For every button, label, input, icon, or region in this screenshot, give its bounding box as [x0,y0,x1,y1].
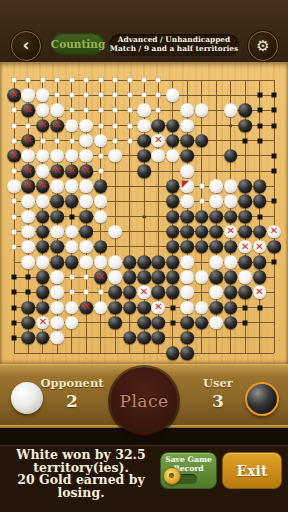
territory-marker-white[interactable] [69,108,74,113]
black-stone[interactable] [238,225,252,239]
dead-black-stone[interactable]: ✕ [22,164,36,178]
result-line3: 20 Gold earned by losing. [0,474,162,499]
territory-marker-white[interactable] [127,78,132,83]
dead-stone-x-icon: ✕ [154,135,162,145]
white-stone[interactable] [195,104,209,118]
black-stone[interactable] [209,225,223,239]
dead-black-stone[interactable]: ✕ [51,119,65,133]
black-stone[interactable] [94,240,108,254]
save-game-record-button[interactable]: Save Game Record [160,452,217,489]
black-stone[interactable] [238,179,252,193]
white-stone[interactable] [22,240,36,254]
territory-marker-white[interactable] [127,93,132,98]
last-move-triangle-icon [182,180,190,188]
dead-white-stone[interactable]: ✕ [267,225,281,239]
territory-marker-white[interactable] [26,78,31,83]
territory-marker-black[interactable] [257,108,262,113]
white-stone[interactable] [209,316,223,330]
white-stone[interactable] [209,195,223,209]
dead-black-stone[interactable]: ✕ [36,179,50,193]
territory-marker-black[interactable] [12,290,17,295]
black-stone[interactable] [51,210,65,224]
black-stone[interactable] [36,240,50,254]
dead-black-stone[interactable]: ✕ [65,164,79,178]
black-stone[interactable] [137,331,151,345]
black-stone[interactable] [51,195,65,209]
black-stone[interactable] [137,316,151,330]
dead-stone-x-icon: ✕ [10,151,18,161]
white-stone[interactable] [22,225,36,239]
territory-marker-white[interactable] [127,108,132,113]
territory-marker-white[interactable] [26,123,31,128]
territory-marker-white[interactable] [98,153,103,158]
dead-black-stone[interactable]: ✕ [79,164,93,178]
black-stone[interactable] [166,286,180,300]
white-stone[interactable] [36,104,50,118]
black-stone[interactable] [36,286,50,300]
black-stone[interactable] [108,286,122,300]
white-stone[interactable] [94,255,108,269]
black-stone[interactable] [166,210,180,224]
settings-button[interactable]: ⚙ [248,31,278,61]
white-stone[interactable] [181,255,195,269]
territory-marker-black[interactable] [12,320,17,325]
black-stone[interactable] [137,134,151,148]
white-stone[interactable] [22,255,36,269]
black-stone[interactable] [253,270,267,284]
dead-stone-x-icon: ✕ [24,105,32,115]
white-stone[interactable] [94,134,108,148]
white-stone[interactable] [238,270,252,284]
territory-marker-white[interactable] [98,169,103,174]
territory-marker-black[interactable] [272,123,277,128]
territory-marker-black[interactable] [272,169,277,174]
white-stone[interactable] [137,104,151,118]
black-stone[interactable] [79,225,93,239]
territory-marker-black[interactable] [272,260,277,265]
territory-marker-black[interactable] [170,305,175,310]
black-stone[interactable] [36,331,50,345]
black-stone[interactable] [22,331,36,345]
white-stone[interactable] [79,179,93,193]
black-stone[interactable] [137,270,151,284]
black-stone[interactable] [166,134,180,148]
territory-marker-black[interactable] [272,93,277,98]
place-button[interactable]: Place [110,367,178,435]
black-stone[interactable] [166,270,180,284]
black-stone[interactable] [166,225,180,239]
dead-stone-x-icon: ✕ [39,120,47,130]
territory-marker-black[interactable] [170,320,175,325]
exit-button-label: Exit [237,463,268,479]
black-stone[interactable] [65,195,79,209]
territory-marker-black[interactable] [257,138,262,143]
white-stone[interactable] [65,179,79,193]
black-stone[interactable] [181,331,195,345]
white-stone[interactable] [181,195,195,209]
dead-black-stone[interactable]: ✕ [51,164,65,178]
territory-marker-white[interactable] [98,108,103,113]
dead-black-stone[interactable]: ✕ [7,149,21,163]
black-stone[interactable] [166,179,180,193]
territory-marker-black[interactable] [272,153,277,158]
black-stone[interactable] [123,255,137,269]
territory-marker-white[interactable] [113,108,118,113]
white-stone[interactable] [51,225,65,239]
white-stone[interactable] [224,255,238,269]
white-stone[interactable] [108,149,122,163]
dead-stone-x-icon: ✕ [255,287,263,297]
black-stone[interactable] [253,195,267,209]
territory-marker-black[interactable] [26,275,31,280]
territory-marker-black[interactable] [257,93,262,98]
territory-marker-white[interactable] [12,123,17,128]
black-stone[interactable] [108,301,122,315]
territory-marker-white[interactable] [142,93,147,98]
territory-marker-white[interactable] [12,244,17,249]
territory-marker-white[interactable] [40,138,45,143]
black-stone[interactable] [224,316,238,330]
dead-stone-x-icon: ✕ [24,166,32,176]
white-stone[interactable] [51,316,65,330]
black-stone[interactable] [166,119,180,133]
white-stone[interactable] [65,225,79,239]
territory-marker-black[interactable] [243,305,248,310]
black-stone[interactable] [79,210,93,224]
territory-marker-black[interactable] [243,320,248,325]
territory-marker-black[interactable] [12,275,17,280]
white-stone[interactable] [79,195,93,209]
white-stone[interactable] [108,225,122,239]
white-stone[interactable] [7,179,21,193]
user-label: User [182,376,254,390]
white-stone[interactable] [181,270,195,284]
territory-marker-white[interactable] [69,138,74,143]
black-stone[interactable] [22,316,36,330]
territory-marker-white[interactable] [84,93,89,98]
white-stone[interactable] [22,210,36,224]
dead-white-stone[interactable]: ✕ [238,240,252,254]
dead-stone-x-icon: ✕ [82,166,90,176]
territory-marker-white[interactable] [98,290,103,295]
white-stone[interactable] [51,286,65,300]
dead-white-stone[interactable]: ✕ [224,225,238,239]
exit-button[interactable]: Exit [222,452,282,489]
dead-stone-x-icon: ✕ [24,181,32,191]
white-stone[interactable] [166,149,180,163]
white-stone[interactable] [65,119,79,133]
territory-marker-white[interactable] [98,123,103,128]
territory-marker-white[interactable] [55,78,60,83]
territory-marker-white[interactable] [113,93,118,98]
territory-marker-white[interactable] [12,214,17,219]
black-stone[interactable] [22,301,36,315]
white-stone[interactable] [65,301,79,315]
black-stone[interactable] [51,240,65,254]
black-stone[interactable] [181,210,195,224]
territory-marker-white[interactable] [55,138,60,143]
white-stone[interactable] [152,149,166,163]
territory-marker-white[interactable] [84,275,89,280]
white-stone[interactable] [209,179,223,193]
black-stone[interactable] [238,195,252,209]
white-stone[interactable] [51,301,65,315]
black-stone[interactable] [224,270,238,284]
white-stone[interactable] [224,104,238,118]
territory-marker-black[interactable] [272,199,277,204]
black-stone[interactable] [181,134,195,148]
star-point [142,215,146,219]
black-stone[interactable] [36,210,50,224]
match-info: Advanced / Unhandicapped Match / 9 and a… [109,34,239,56]
white-stone-last-move[interactable] [181,179,195,193]
black-stone[interactable] [152,255,166,269]
black-stone[interactable] [65,255,79,269]
white-stone[interactable] [22,88,36,102]
territory-marker-white[interactable] [98,78,103,83]
dead-white-stone[interactable]: ✕ [253,286,267,300]
black-stone[interactable] [152,119,166,133]
white-stone[interactable] [79,134,93,148]
territory-marker-white[interactable] [69,275,74,280]
match-info-line2: Match / 9 and a half territories [110,45,238,54]
back-button[interactable]: ‹ [11,31,41,61]
place-button-label: Place [119,391,168,411]
white-stone[interactable] [36,88,50,102]
black-stone[interactable] [123,331,137,345]
white-stone[interactable] [51,104,65,118]
black-stone[interactable] [209,301,223,315]
dead-stone-x-icon: ✕ [140,287,148,297]
black-stone[interactable] [137,301,151,315]
black-stone[interactable] [51,255,65,269]
dead-stone-x-icon: ✕ [96,272,104,282]
black-stone[interactable] [253,225,267,239]
white-stone[interactable] [209,255,223,269]
white-stone[interactable] [22,195,36,209]
territory-marker-white[interactable] [199,199,204,204]
territory-marker-white[interactable] [12,199,17,204]
white-stone[interactable] [224,179,238,193]
white-stone[interactable] [181,286,195,300]
white-stone[interactable] [137,119,151,133]
black-stone[interactable] [166,346,180,360]
territory-marker-white[interactable] [69,290,74,295]
black-stone[interactable] [238,210,252,224]
white-stone[interactable] [181,119,195,133]
phase-badge: Counting [52,33,104,55]
territory-marker-black[interactable] [257,214,262,219]
black-stone[interactable] [123,286,137,300]
black-stone[interactable] [238,286,252,300]
white-stone[interactable] [94,301,108,315]
black-stone[interactable] [94,179,108,193]
black-stone[interactable] [137,164,151,178]
white-stone[interactable] [79,240,93,254]
white-stone[interactable] [36,255,50,269]
white-stone[interactable] [195,301,209,315]
territory-marker-white[interactable] [40,78,45,83]
dead-stone-x-icon: ✕ [241,242,249,252]
territory-marker-black[interactable] [257,123,262,128]
territory-marker-white[interactable] [12,138,17,143]
black-stone[interactable] [152,331,166,345]
black-stone[interactable] [195,225,209,239]
go-board[interactable]: ✕✕✕✕✕✕✕✕✕✕✕✕✕✕✕✕✕✕✕✕✕✕✕ [0,62,288,364]
black-stone[interactable] [238,119,252,133]
dead-black-stone[interactable]: ✕ [22,134,36,148]
white-stone[interactable] [36,195,50,209]
black-stone[interactable] [36,270,50,284]
white-stone[interactable] [51,331,65,345]
dead-white-stone[interactable]: ✕ [253,240,267,254]
black-stone[interactable] [224,149,238,163]
black-stone[interactable] [36,301,50,315]
dead-black-stone[interactable]: ✕ [7,88,21,102]
white-stone[interactable] [51,179,65,193]
territory-marker-white[interactable] [127,123,132,128]
black-stone[interactable] [181,225,195,239]
black-stone[interactable] [209,240,223,254]
dead-white-stone[interactable]: ✕ [152,134,166,148]
dead-black-stone[interactable]: ✕ [22,179,36,193]
black-stone[interactable] [224,210,238,224]
territory-marker-white[interactable] [98,93,103,98]
black-stone[interactable] [152,286,166,300]
black-stone[interactable] [253,179,267,193]
black-stone[interactable] [123,301,137,315]
territory-marker-white[interactable] [156,93,161,98]
black-stone[interactable] [267,240,281,254]
territory-marker-black[interactable] [69,214,74,219]
black-stone[interactable] [166,195,180,209]
white-stone[interactable] [36,149,50,163]
territory-marker-white[interactable] [69,78,74,83]
white-stone[interactable] [181,164,195,178]
back-icon: ‹ [22,37,29,54]
black-stone[interactable] [123,270,137,284]
territory-marker-white[interactable] [12,78,17,83]
white-stone[interactable] [79,255,93,269]
territory-marker-white[interactable] [84,290,89,295]
black-stone[interactable] [238,255,252,269]
territory-marker-white[interactable] [113,123,118,128]
white-stone[interactable] [65,240,79,254]
white-stone[interactable] [209,286,223,300]
white-stone[interactable] [51,270,65,284]
territory-marker-white[interactable] [156,78,161,83]
territory-marker-white[interactable] [113,138,118,143]
dead-stone-x-icon: ✕ [39,181,47,191]
white-stone[interactable] [108,255,122,269]
result-panel: White won by 32.5 territory(ies). 20 Gol… [0,445,288,512]
dead-black-stone[interactable]: ✕ [94,270,108,284]
black-stone[interactable] [181,316,195,330]
black-stone[interactable] [195,134,209,148]
white-stone[interactable] [181,104,195,118]
territory-marker-white[interactable] [84,78,89,83]
black-stone[interactable] [36,225,50,239]
white-stone[interactable] [94,210,108,224]
territory-marker-white[interactable] [55,93,60,98]
white-stone[interactable] [195,270,209,284]
black-stone[interactable] [238,104,252,118]
territory-marker-white[interactable] [113,78,118,83]
dead-black-stone[interactable]: ✕ [22,104,36,118]
black-stone[interactable] [209,210,223,224]
white-stone[interactable] [65,316,79,330]
territory-marker-black[interactable] [26,290,31,295]
black-stone[interactable] [224,301,238,315]
black-stone[interactable] [166,240,180,254]
black-stone[interactable] [224,286,238,300]
territory-marker-white[interactable] [84,108,89,113]
black-stone[interactable] [137,149,151,163]
white-stone[interactable] [108,270,122,284]
black-stone[interactable] [181,240,195,254]
white-stone[interactable] [22,149,36,163]
white-stone[interactable] [224,195,238,209]
territory-marker-black[interactable] [243,138,248,143]
white-stone[interactable] [65,149,79,163]
territory-marker-white[interactable] [12,169,17,174]
black-stone[interactable] [209,270,223,284]
phase-badge-label: Counting [51,38,105,50]
opponent-label: Opponent [36,376,108,390]
black-stone[interactable] [224,240,238,254]
white-stone[interactable] [94,195,108,209]
white-stone[interactable] [36,164,50,178]
white-stone[interactable] [181,301,195,315]
territory-marker-white[interactable] [12,229,17,234]
dead-white-stone[interactable]: ✕ [152,301,166,315]
black-stone[interactable] [195,316,209,330]
black-stone[interactable] [166,255,180,269]
black-stone[interactable] [195,210,209,224]
black-stone[interactable] [195,240,209,254]
black-stone[interactable] [108,316,122,330]
territory-marker-black[interactable] [257,305,262,310]
black-stone[interactable] [181,149,195,163]
dead-stone-x-icon: ✕ [39,317,47,327]
white-stone[interactable] [79,119,93,133]
dead-white-stone[interactable]: ✕ [36,316,50,330]
territory-marker-white[interactable] [12,108,17,113]
black-stone[interactable] [137,255,151,269]
territory-marker-white[interactable] [142,78,147,83]
dead-white-stone[interactable]: ✕ [137,286,151,300]
territory-marker-black[interactable] [272,108,277,113]
white-stone[interactable] [51,149,65,163]
white-stone[interactable] [166,88,180,102]
dead-black-stone[interactable]: ✕ [36,119,50,133]
dead-stone-x-icon: ✕ [53,120,61,130]
black-stone[interactable] [253,255,267,269]
territory-marker-white[interactable] [127,138,132,143]
black-stone[interactable] [152,270,166,284]
black-stone[interactable] [181,346,195,360]
territory-marker-black[interactable] [12,305,17,310]
dead-stone-x-icon: ✕ [53,166,61,176]
territory-marker-white[interactable] [156,108,161,113]
dead-stone-x-icon: ✕ [24,135,32,145]
territory-marker-black[interactable] [12,335,17,340]
black-stone[interactable] [152,316,166,330]
white-stone[interactable] [79,149,93,163]
territory-marker-white[interactable] [199,184,204,189]
territory-marker-white[interactable] [69,93,74,98]
dead-black-stone[interactable]: ✕ [79,301,93,315]
